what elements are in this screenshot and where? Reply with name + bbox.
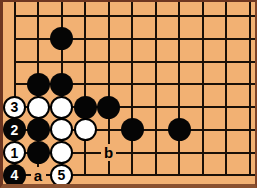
black-stone — [27, 73, 50, 96]
intersection-grid: 321b4a5 — [3, 5, 255, 184]
board-frame: 321b4a5 — [0, 0, 257, 188]
black-stone — [50, 27, 73, 50]
white-stone — [74, 118, 97, 141]
black-stone — [50, 73, 73, 96]
point-label-b[interactable]: b — [101, 144, 116, 161]
black-stone — [27, 118, 50, 141]
go-board: 321b4a5 — [3, 2, 255, 184]
white-stone — [50, 118, 73, 141]
black-stone — [27, 141, 50, 164]
black-stone — [97, 96, 120, 119]
white-stone — [27, 96, 50, 119]
black-stone — [74, 96, 97, 119]
black-move-4-stone: 4 — [3, 164, 26, 184]
black-stone — [168, 118, 191, 141]
black-stone — [121, 118, 144, 141]
white-move-3-stone: 3 — [3, 96, 26, 119]
white-stone — [50, 141, 73, 164]
white-move-5-stone: 5 — [50, 164, 73, 184]
point-label-a[interactable]: a — [31, 167, 46, 184]
white-move-1-stone: 1 — [3, 141, 26, 164]
black-move-2-stone: 2 — [3, 118, 26, 141]
white-stone — [50, 96, 73, 119]
